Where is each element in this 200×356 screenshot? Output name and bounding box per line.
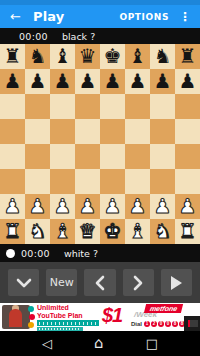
previous-move-button[interactable] [84,269,115,296]
square-g2[interactable]: ♟ [150,194,175,219]
piece-black-knight: ♞ [150,44,175,69]
white-clock-bar: 00:00 white ? [0,244,200,262]
chevron-right-icon [133,275,143,291]
square-e7[interactable]: ♟ [100,69,125,94]
collapse-button[interactable] [8,269,39,296]
square-f2[interactable]: ♟ [125,194,150,219]
ad-dial-digit: 8 [172,321,178,327]
square-f3[interactable] [125,169,150,194]
square-g7[interactable]: ♟ [150,69,175,94]
new-game-button[interactable]: New [46,269,77,296]
square-e2[interactable]: ♟ [100,194,125,219]
square-f7[interactable]: ♟ [125,69,150,94]
ad-yellow-dot-icon [28,322,34,328]
nav-recents-icon[interactable]: □ [146,331,158,356]
square-c6[interactable] [50,94,75,119]
piece-black-pawn: ♟ [50,69,75,94]
piece-black-pawn: ♟ [175,69,200,94]
square-g6[interactable] [150,94,175,119]
square-c2[interactable]: ♟ [50,194,75,219]
piece-white-rook: ♜ [0,219,25,244]
square-b8[interactable]: ♞ [25,44,50,69]
piece-white-pawn: ♟ [100,194,125,219]
ad-red-dot-icon [29,314,35,320]
piece-black-bishop: ♝ [125,44,150,69]
piece-black-king: ♚ [100,44,125,69]
square-a5[interactable] [0,119,25,144]
piece-black-pawn: ♟ [25,69,50,94]
piece-white-pawn: ♟ [0,194,25,219]
white-turn-indicator-icon [6,249,15,258]
square-h5[interactable] [175,119,200,144]
options-button[interactable]: OPTIONS [119,12,169,22]
piece-black-queen: ♛ [75,44,100,69]
ad-dial-digit: 0 [165,321,171,327]
piece-white-pawn: ♟ [175,194,200,219]
black-clock-bar: 00:00 black ? [0,28,200,44]
square-a3[interactable] [0,169,25,194]
app-bar: ← Play OPTIONS ⋮ [0,5,200,28]
ad-teal-ribbon-2 [37,327,83,331]
piece-white-knight: ♞ [150,219,175,244]
nav-back-icon[interactable]: ◁ [42,331,52,356]
ad-price: $1 [102,304,122,327]
square-d8[interactable]: ♛ [75,44,100,69]
square-b1[interactable]: ♞ [25,219,50,244]
square-d5[interactable] [75,119,100,144]
square-h3[interactable] [175,169,200,194]
square-f4[interactable] [125,144,150,169]
square-h7[interactable]: ♟ [175,69,200,94]
square-f5[interactable] [125,119,150,144]
piece-white-queen: ♛ [75,219,100,244]
next-move-button[interactable] [123,269,154,296]
piece-white-king: ♚ [100,219,125,244]
chess-board: ♜♞♝♛♚♝♞♜♟♟♟♟♟♟♟♟♟♟♟♟♟♟♟♟♜♞♝♛♚♝♞♜ [0,44,200,244]
ad-brand-logo: metfone [144,304,183,313]
square-h8[interactable]: ♜ [175,44,200,69]
white-clock-time: 00:00 [21,248,50,259]
square-b3[interactable] [25,169,50,194]
piece-white-rook: ♜ [175,219,200,244]
square-b5[interactable] [25,119,50,144]
square-e6[interactable] [100,94,125,119]
ad-teal-dot-icon [28,306,34,312]
ad-banner[interactable]: Unlimited YouTube Plan $1 /Week Dial 120… [0,303,200,331]
square-d2[interactable]: ♟ [75,194,100,219]
square-e1[interactable]: ♚ [100,219,125,244]
piece-white-pawn: ♟ [50,194,75,219]
overflow-menu-icon[interactable]: ⋮ [179,10,191,24]
square-d6[interactable] [75,94,100,119]
square-c3[interactable] [50,169,75,194]
piece-black-pawn: ♟ [150,69,175,94]
page-title: Play [33,9,119,24]
square-e8[interactable]: ♚ [100,44,125,69]
ad-dial-digit: 2 [151,321,157,327]
square-f6[interactable] [125,94,150,119]
square-g5[interactable] [150,119,175,144]
ad-teal-ribbon [37,320,99,326]
square-d3[interactable] [75,169,100,194]
square-h1[interactable]: ♜ [175,219,200,244]
piece-black-pawn: ♟ [125,69,150,94]
piece-white-pawn: ♟ [25,194,50,219]
square-c4[interactable] [50,144,75,169]
square-c5[interactable] [50,119,75,144]
chevron-left-icon [95,275,105,291]
piece-white-knight: ♞ [25,219,50,244]
square-c8[interactable]: ♝ [50,44,75,69]
square-b2[interactable]: ♟ [25,194,50,219]
ad-dial-label: Dial [131,321,142,327]
square-a8[interactable]: ♜ [0,44,25,69]
ad-headline-line1: Unlimited [37,304,99,312]
square-a6[interactable] [0,94,25,119]
back-arrow-icon[interactable]: ← [10,9,21,24]
piece-black-pawn: ♟ [0,69,25,94]
white-player-label: white ? [64,248,98,259]
piece-black-rook: ♜ [0,44,25,69]
ad-headline: Unlimited YouTube Plan [37,304,99,331]
square-c1[interactable]: ♝ [50,219,75,244]
play-button[interactable] [161,269,192,296]
square-b7[interactable]: ♟ [25,69,50,94]
ad-dial-digit: 1 [144,321,150,327]
black-player-label: black ? [62,31,95,42]
square-c7[interactable]: ♟ [50,69,75,94]
play-triangle-icon [169,275,183,291]
ad-dial-digit: 0 [158,321,164,327]
square-g3[interactable] [150,169,175,194]
square-f1[interactable]: ♝ [125,219,150,244]
ad-person-photo [2,305,30,329]
square-a1[interactable]: ♜ [0,219,25,244]
square-b4[interactable] [25,144,50,169]
piece-white-pawn: ♟ [75,194,100,219]
chess-app: ← Play OPTIONS ⋮ 00:00 black ? ♜♞♝♛♚♝♞♜♟… [0,0,200,356]
square-e4[interactable] [100,144,125,169]
square-a7[interactable]: ♟ [0,69,25,94]
android-nav-bar: ◁ ⌂ □ [0,331,200,356]
black-clock-time: 00:00 [19,31,48,42]
square-a2[interactable]: ♟ [0,194,25,219]
ad-device-image [184,316,200,331]
square-a4[interactable] [0,144,25,169]
control-bar: New [0,262,200,303]
piece-white-pawn: ♟ [150,194,175,219]
square-d1[interactable]: ♛ [75,219,100,244]
square-h4[interactable] [175,144,200,169]
square-d7[interactable]: ♟ [75,69,100,94]
piece-white-bishop: ♝ [50,219,75,244]
piece-black-pawn: ♟ [100,69,125,94]
square-h6[interactable] [175,94,200,119]
piece-white-bishop: ♝ [125,219,150,244]
ad-headline-line2: YouTube Plan [37,312,99,320]
nav-home-icon[interactable]: ⌂ [94,331,104,356]
chevron-down-icon [16,278,32,288]
square-d4[interactable] [75,144,100,169]
piece-black-pawn: ♟ [75,69,100,94]
piece-black-bishop: ♝ [50,44,75,69]
piece-white-pawn: ♟ [125,194,150,219]
square-b6[interactable] [25,94,50,119]
square-e3[interactable] [100,169,125,194]
square-h2[interactable]: ♟ [175,194,200,219]
square-g8[interactable]: ♞ [150,44,175,69]
piece-black-knight: ♞ [25,44,50,69]
piece-black-rook: ♜ [175,44,200,69]
square-g4[interactable] [150,144,175,169]
square-f8[interactable]: ♝ [125,44,150,69]
square-g1[interactable]: ♞ [150,219,175,244]
square-e5[interactable] [100,119,125,144]
